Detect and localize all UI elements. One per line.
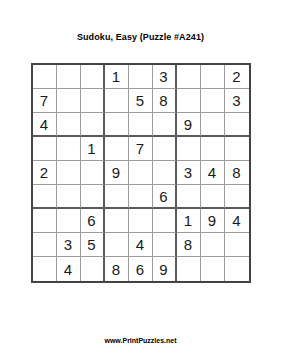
cell-r5c4: 9 <box>105 161 129 185</box>
cell-r8c2: 3 <box>57 233 81 257</box>
cell-r9c5: 6 <box>129 257 153 281</box>
cell-r3c9 <box>225 113 249 137</box>
cell-r7c8: 9 <box>201 209 225 233</box>
cell-r6c9 <box>225 185 249 209</box>
cell-r3c7: 9 <box>177 113 201 137</box>
cell-r5c1: 2 <box>33 161 57 185</box>
cell-r8c7: 8 <box>177 233 201 257</box>
cell-r7c3: 6 <box>81 209 105 233</box>
cell-r3c1: 4 <box>33 113 57 137</box>
cell-r2c3 <box>81 89 105 113</box>
cell-r4c5: 7 <box>129 137 153 161</box>
cell-r8c5: 4 <box>129 233 153 257</box>
cell-r2c6: 8 <box>153 89 177 113</box>
cell-r2c7 <box>177 89 201 113</box>
sudoku-board: 13275834917293486619435484869 <box>31 63 251 283</box>
cell-r9c2: 4 <box>57 257 81 281</box>
cell-r7c4 <box>105 209 129 233</box>
cell-r6c6: 6 <box>153 185 177 209</box>
cell-r1c1 <box>33 65 57 89</box>
cell-r4c2 <box>57 137 81 161</box>
cell-r2c1: 7 <box>33 89 57 113</box>
cell-r5c2 <box>57 161 81 185</box>
cell-r2c8 <box>201 89 225 113</box>
cell-r2c9: 3 <box>225 89 249 113</box>
cell-r4c8 <box>201 137 225 161</box>
cell-r4c1 <box>33 137 57 161</box>
cell-r5c8: 4 <box>201 161 225 185</box>
cell-r5c5 <box>129 161 153 185</box>
cell-r9c4: 8 <box>105 257 129 281</box>
puzzle-page: Sudoku, Easy (Puzzle #A241) 132758349172… <box>0 0 281 363</box>
cell-r4c9 <box>225 137 249 161</box>
cell-r7c7: 1 <box>177 209 201 233</box>
cell-r7c6 <box>153 209 177 233</box>
cell-r1c7 <box>177 65 201 89</box>
cell-r4c4 <box>105 137 129 161</box>
cell-r4c6 <box>153 137 177 161</box>
cell-r8c6 <box>153 233 177 257</box>
cell-r3c3 <box>81 113 105 137</box>
cell-r8c8 <box>201 233 225 257</box>
cell-r6c8 <box>201 185 225 209</box>
cell-r1c4: 1 <box>105 65 129 89</box>
cell-r7c2 <box>57 209 81 233</box>
cell-r2c4 <box>105 89 129 113</box>
cell-r3c4 <box>105 113 129 137</box>
cell-r7c9: 4 <box>225 209 249 233</box>
footer-url: www.PrintPuzzles.net <box>0 337 281 344</box>
cell-r4c7 <box>177 137 201 161</box>
cell-r8c1 <box>33 233 57 257</box>
cell-r5c6 <box>153 161 177 185</box>
cell-r9c9 <box>225 257 249 281</box>
cell-r5c3 <box>81 161 105 185</box>
cell-r1c5 <box>129 65 153 89</box>
cell-r2c5: 5 <box>129 89 153 113</box>
cell-r3c2 <box>57 113 81 137</box>
cell-r9c1 <box>33 257 57 281</box>
cell-r8c9 <box>225 233 249 257</box>
cell-r1c2 <box>57 65 81 89</box>
cell-r1c3 <box>81 65 105 89</box>
cell-r6c2 <box>57 185 81 209</box>
cell-r9c3 <box>81 257 105 281</box>
puzzle-title: Sudoku, Easy (Puzzle #A241) <box>0 32 281 42</box>
cell-r4c3: 1 <box>81 137 105 161</box>
cell-r7c1 <box>33 209 57 233</box>
cell-r8c4 <box>105 233 129 257</box>
cell-r6c7 <box>177 185 201 209</box>
cell-r2c2 <box>57 89 81 113</box>
cell-r7c5 <box>129 209 153 233</box>
cell-r9c6: 9 <box>153 257 177 281</box>
cell-r1c6: 3 <box>153 65 177 89</box>
cell-r6c3 <box>81 185 105 209</box>
cell-r9c8 <box>201 257 225 281</box>
cell-r1c9: 2 <box>225 65 249 89</box>
cell-r6c5 <box>129 185 153 209</box>
cell-r5c9: 8 <box>225 161 249 185</box>
cell-r9c7 <box>177 257 201 281</box>
cell-r1c8 <box>201 65 225 89</box>
cell-r3c5 <box>129 113 153 137</box>
cell-r3c8 <box>201 113 225 137</box>
cell-r3c6 <box>153 113 177 137</box>
cell-r5c7: 3 <box>177 161 201 185</box>
cell-r6c4 <box>105 185 129 209</box>
cell-r8c3: 5 <box>81 233 105 257</box>
cell-r6c1 <box>33 185 57 209</box>
